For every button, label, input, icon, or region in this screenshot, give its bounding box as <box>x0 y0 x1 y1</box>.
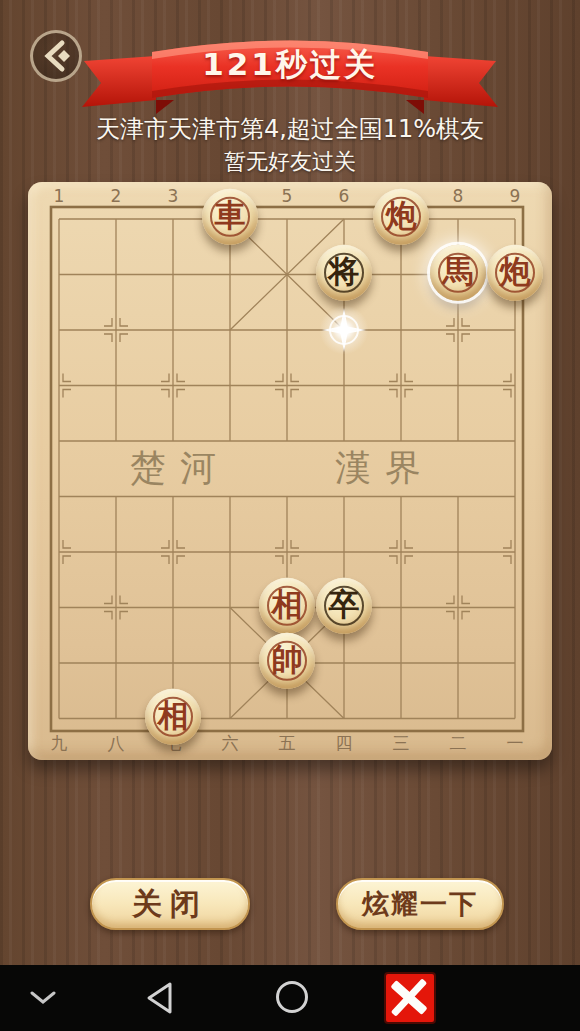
piece-char: 将 <box>329 250 360 292</box>
close-button[interactable]: 关闭 <box>90 878 250 930</box>
coord-top-6: 6 <box>339 186 350 206</box>
piece-char: 相 <box>272 583 303 625</box>
piece-char: 炮 <box>386 195 417 237</box>
point-marker <box>389 374 397 382</box>
point-marker <box>389 390 397 398</box>
coord-bottom-7: 三 <box>393 733 410 753</box>
xiangqi-board: 123456789九八七六五四三二一 楚河 漢界 車炮将馬炮相卒帥相 <box>28 182 552 760</box>
coord-bottom-2: 八 <box>108 733 125 753</box>
piece-char: 相 <box>158 694 189 736</box>
river-label-left: 楚河 <box>80 446 280 490</box>
point-marker <box>120 334 128 342</box>
piece-red-相[interactable]: 相 <box>259 577 315 633</box>
piece-red-相[interactable]: 相 <box>145 688 201 744</box>
coord-top-2: 2 <box>111 186 122 206</box>
point-marker <box>291 540 299 548</box>
point-marker <box>177 374 185 382</box>
point-marker <box>462 334 470 342</box>
point-marker <box>120 318 128 326</box>
piece-red-炮[interactable]: 炮 <box>373 189 429 245</box>
point-marker <box>63 540 71 548</box>
point-marker <box>104 334 112 342</box>
point-marker <box>275 556 283 564</box>
piece-red-帥[interactable]: 帥 <box>259 633 315 689</box>
point-marker <box>446 334 454 342</box>
point-marker <box>291 390 299 398</box>
coord-top-5: 5 <box>282 186 293 206</box>
point-marker <box>104 612 112 620</box>
friends-text: 暂无好友过关 <box>0 147 580 177</box>
point-marker <box>161 540 169 548</box>
point-marker <box>177 556 185 564</box>
point-marker <box>275 390 283 398</box>
point-marker <box>161 556 169 564</box>
point-marker <box>177 390 185 398</box>
coord-top-1: 1 <box>54 186 65 206</box>
piece-black-卒[interactable]: 卒 <box>316 577 372 633</box>
ribbon-right-fold <box>406 100 424 114</box>
coord-top-3: 3 <box>168 186 179 206</box>
point-marker <box>503 390 511 398</box>
point-marker <box>104 596 112 604</box>
point-marker <box>63 390 71 398</box>
point-marker <box>291 556 299 564</box>
piece-red-炮[interactable]: 炮 <box>487 244 543 300</box>
point-marker <box>275 540 283 548</box>
coord-top-8: 8 <box>453 186 464 206</box>
piece-red-馬[interactable]: 馬 <box>430 244 486 300</box>
piece-char: 車 <box>215 195 246 237</box>
point-marker <box>503 556 511 564</box>
piece-black-将[interactable]: 将 <box>316 244 372 300</box>
coord-bottom-9: 一 <box>507 733 524 753</box>
piece-char: 馬 <box>443 250 474 292</box>
coord-bottom-6: 四 <box>336 733 353 753</box>
river-label-right: 漢界 <box>285 446 485 490</box>
point-marker <box>63 374 71 382</box>
point-marker <box>161 374 169 382</box>
rank-text: 天津市天津市第4,超过全国11%棋友 <box>0 113 580 145</box>
nav-home-icon[interactable] <box>276 981 308 1013</box>
piece-char: 卒 <box>329 583 360 625</box>
point-marker <box>446 612 454 620</box>
point-marker <box>462 318 470 326</box>
point-marker <box>63 556 71 564</box>
coord-bottom-8: 二 <box>450 733 467 753</box>
point-marker <box>446 318 454 326</box>
point-marker <box>275 374 283 382</box>
app-screen: 121秒过关 天津市天津市第4,超过全国11%棋友 暂无好友过关 1234567… <box>0 0 580 1031</box>
nav-app-red-x-icon[interactable] <box>384 972 436 1024</box>
android-navbar <box>0 965 580 1031</box>
point-marker <box>503 374 511 382</box>
piece-char: 炮 <box>500 250 531 292</box>
coord-bottom-4: 六 <box>222 733 239 753</box>
coord-top-9: 9 <box>510 186 521 206</box>
coord-bottom-5: 五 <box>279 733 296 753</box>
point-marker <box>462 596 470 604</box>
banner-title: 121秒过关 <box>0 44 580 86</box>
point-marker <box>291 374 299 382</box>
point-marker <box>405 390 413 398</box>
piece-char: 帥 <box>272 639 303 681</box>
point-marker <box>503 540 511 548</box>
point-marker <box>405 374 413 382</box>
point-marker <box>405 540 413 548</box>
point-marker <box>446 596 454 604</box>
point-marker <box>120 612 128 620</box>
point-marker <box>104 318 112 326</box>
nav-back-icon[interactable] <box>145 981 173 1015</box>
piece-red-車[interactable]: 車 <box>202 189 258 245</box>
point-marker <box>389 540 397 548</box>
point-marker <box>389 556 397 564</box>
coord-bottom-1: 九 <box>51 733 68 753</box>
point-marker <box>161 390 169 398</box>
point-marker <box>177 540 185 548</box>
showoff-button[interactable]: 炫耀一下 <box>336 878 504 930</box>
chevron-down-icon[interactable] <box>30 991 56 1005</box>
point-marker <box>120 596 128 604</box>
point-marker <box>405 556 413 564</box>
ribbon-left-fold <box>156 100 174 114</box>
point-marker <box>462 612 470 620</box>
